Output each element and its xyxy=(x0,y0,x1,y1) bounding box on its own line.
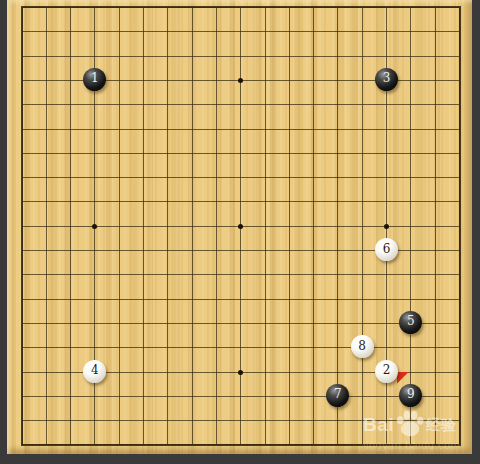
stone-move-8-white[interactable]: 8 xyxy=(351,335,374,358)
star-point xyxy=(384,224,389,229)
grid-line-vertical xyxy=(362,8,363,445)
grid-line-vertical xyxy=(435,8,436,445)
stone-move-number: 5 xyxy=(407,310,415,333)
grid-line-horizontal xyxy=(22,347,459,348)
stone-move-number: 7 xyxy=(334,383,342,406)
grid-line-horizontal xyxy=(22,274,459,275)
grid-line-horizontal xyxy=(22,299,459,300)
star-point xyxy=(238,224,243,229)
stone-move-number: 2 xyxy=(383,359,391,382)
stone-move-9-black[interactable]: 9 xyxy=(399,384,422,407)
stone-move-number: 6 xyxy=(383,238,391,261)
stone-move-number: 4 xyxy=(91,359,99,382)
grid-line-vertical xyxy=(459,8,460,445)
stone-move-number: 8 xyxy=(358,335,366,358)
stone-move-number: 3 xyxy=(383,67,391,90)
go-board[interactable]: 123456789 xyxy=(7,0,472,454)
star-point xyxy=(238,370,243,375)
grid-line-horizontal xyxy=(22,396,459,397)
stone-move-3-black[interactable]: 3 xyxy=(375,68,398,91)
grid-line-horizontal xyxy=(22,444,459,445)
stone-move-number: 1 xyxy=(91,67,99,90)
grid-line-horizontal xyxy=(22,420,459,421)
stone-move-4-white[interactable]: 4 xyxy=(83,360,106,383)
stone-move-2-white[interactable]: 2 xyxy=(375,360,398,383)
grid-line-vertical xyxy=(265,8,266,445)
grid-line-vertical xyxy=(337,8,338,445)
grid-line-vertical xyxy=(289,8,290,445)
grid-line-vertical xyxy=(313,8,314,445)
grid-line-horizontal xyxy=(22,323,459,324)
grid-line-vertical xyxy=(410,8,411,445)
screenshot-stage: 123456789 Bai 经验 jingyan.baidu.com xyxy=(0,0,480,464)
stone-move-number: 9 xyxy=(407,383,415,406)
stone-move-6-white[interactable]: 6 xyxy=(375,238,398,261)
